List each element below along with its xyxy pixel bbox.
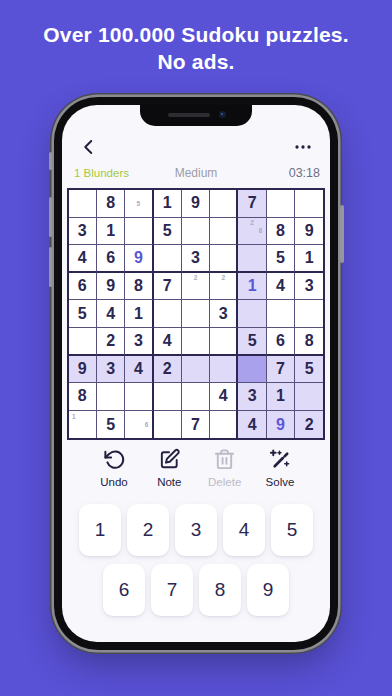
given-digit: 2	[305, 416, 314, 434]
cell-r7c9[interactable]: 5	[295, 356, 323, 384]
cell-r3c9[interactable]: 1	[295, 245, 323, 273]
cell-r9c8[interactable]: 9	[267, 411, 295, 439]
toolbar: Undo Note Delete	[88, 448, 306, 488]
cell-r5c6[interactable]: 3	[210, 300, 238, 328]
cell-r2c8[interactable]: 8	[267, 218, 295, 246]
cell-r4c5[interactable]: 2	[182, 273, 210, 301]
user-digit: 1	[248, 277, 257, 295]
given-digit: 8	[134, 277, 143, 295]
phone-frame: 1 Blunders Medium 03:18 8519731526894693…	[54, 97, 338, 650]
cell-r6c4[interactable]: 4	[154, 328, 182, 356]
cell-r1c3[interactable]: 5	[125, 190, 153, 218]
note-button[interactable]: Note	[143, 448, 195, 488]
trash-icon	[213, 448, 236, 471]
given-digit: 4	[163, 332, 172, 350]
notch	[140, 105, 252, 126]
undo-label: Undo	[100, 476, 128, 488]
cell-r5c7[interactable]	[238, 300, 266, 328]
numpad-7[interactable]: 7	[151, 564, 193, 616]
nav-bar	[62, 135, 330, 159]
numpad-8[interactable]: 8	[199, 564, 241, 616]
power-button	[340, 205, 344, 263]
cell-r2c3[interactable]	[125, 218, 153, 246]
ellipsis-icon	[294, 138, 312, 156]
cell-r3c8[interactable]: 5	[267, 245, 295, 273]
cell-r3c7[interactable]	[238, 245, 266, 273]
given-digit: 5	[276, 249, 285, 267]
cell-r5c1[interactable]: 5	[69, 300, 97, 328]
given-digit: 6	[78, 277, 87, 295]
cell-r8c6[interactable]: 4	[210, 383, 238, 411]
numpad-5[interactable]: 5	[271, 504, 313, 556]
numpad-row-1: 1 2 3 4 5	[62, 504, 330, 556]
numpad-2[interactable]: 2	[127, 504, 169, 556]
cell-r9c3[interactable]: 6	[125, 411, 153, 439]
sudoku-board: 8519731526894693516987221435413234568934…	[67, 188, 326, 440]
cell-r1c6[interactable]	[210, 190, 238, 218]
cell-r2c2[interactable]: 1	[97, 218, 125, 246]
given-digit: 3	[134, 332, 143, 350]
given-digit: 8	[106, 194, 115, 212]
cell-r8c4[interactable]	[154, 383, 182, 411]
pencil-notes: 6	[126, 412, 150, 438]
cell-r3c3[interactable]: 9	[125, 245, 153, 273]
user-digit: 9	[134, 249, 143, 267]
cell-r4c1[interactable]: 6	[69, 273, 97, 301]
cell-r3c2[interactable]: 6	[97, 245, 125, 273]
given-digit: 1	[106, 222, 115, 240]
undo-icon	[103, 448, 126, 471]
cell-r8c9[interactable]	[295, 383, 323, 411]
cell-r5c2[interactable]: 4	[97, 300, 125, 328]
pencil-notes: 2	[183, 274, 208, 299]
cell-r6c2[interactable]: 2	[97, 328, 125, 356]
given-digit: 5	[248, 332, 257, 350]
given-digit: 6	[276, 332, 285, 350]
given-digit: 8	[78, 387, 87, 405]
cell-r4c9[interactable]: 3	[295, 273, 323, 301]
cell-r4c6[interactable]: 2	[210, 273, 238, 301]
cell-r5c9[interactable]	[295, 300, 323, 328]
cell-r1c1[interactable]	[69, 190, 97, 218]
cell-r5c5[interactable]	[182, 300, 210, 328]
given-digit: 6	[106, 249, 115, 267]
pencil-notes: 1	[70, 412, 95, 438]
note-label: Note	[157, 476, 181, 488]
cell-r6c3[interactable]: 3	[125, 328, 153, 356]
cell-r4c8[interactable]: 4	[267, 273, 295, 301]
cell-r4c3[interactable]: 8	[125, 273, 153, 301]
cell-r9c2[interactable]: 5	[97, 411, 125, 439]
chevron-left-icon	[80, 138, 98, 156]
solve-label: Solve	[266, 476, 295, 488]
given-digit: 7	[276, 360, 285, 378]
cell-r7c8[interactable]: 7	[267, 356, 295, 384]
given-digit: 1	[276, 387, 285, 405]
cell-r1c9[interactable]	[295, 190, 323, 218]
mute-switch	[49, 152, 53, 170]
volume-down-button	[49, 247, 53, 287]
given-digit: 9	[305, 222, 314, 240]
cell-r6c1[interactable]	[69, 328, 97, 356]
cell-r3c4[interactable]	[154, 245, 182, 273]
given-digit: 3	[248, 387, 257, 405]
pencil-notes: 26	[239, 219, 264, 244]
delete-label: Delete	[208, 476, 241, 488]
cell-r1c7[interactable]: 7	[238, 190, 266, 218]
given-digit: 4	[134, 360, 143, 378]
cell-r5c3[interactable]: 1	[125, 300, 153, 328]
cell-r9c7[interactable]: 4	[238, 411, 266, 439]
solve-button[interactable]: Solve	[254, 448, 306, 488]
given-digit: 9	[191, 194, 200, 212]
cell-r8c8[interactable]: 1	[267, 383, 295, 411]
given-digit: 8	[305, 332, 314, 350]
difficulty-label: Medium	[62, 166, 330, 180]
given-digit: 1	[163, 194, 172, 212]
status-bar: 1 Blunders Medium 03:18	[62, 164, 330, 182]
given-digit: 5	[78, 305, 87, 323]
headline: Over 100.000 Sudoku puzzles. No ads.	[0, 21, 392, 75]
cell-r3c1[interactable]: 4	[69, 245, 97, 273]
cell-r5c4[interactable]	[154, 300, 182, 328]
cell-r2c9[interactable]: 9	[295, 218, 323, 246]
wand-icon	[268, 448, 291, 471]
cell-r4c7[interactable]: 1	[238, 273, 266, 301]
back-button[interactable]	[80, 138, 98, 156]
given-digit: 5	[305, 360, 314, 378]
cell-r7c4[interactable]: 2	[154, 356, 182, 384]
cell-r2c5[interactable]	[182, 218, 210, 246]
headline-line2: No ads.	[0, 48, 392, 75]
headline-line1: Over 100.000 Sudoku puzzles.	[0, 21, 392, 48]
numpad-3[interactable]: 3	[175, 504, 217, 556]
note-icon	[158, 448, 181, 471]
numpad-6[interactable]: 6	[103, 564, 145, 616]
cell-r7c2[interactable]: 3	[97, 356, 125, 384]
cell-r8c1[interactable]: 8	[69, 383, 97, 411]
cell-r2c4[interactable]: 5	[154, 218, 182, 246]
given-digit: 3	[78, 222, 87, 240]
given-digit: 4	[78, 249, 87, 267]
given-digit: 4	[276, 277, 285, 295]
cell-r9c5[interactable]: 7	[182, 411, 210, 439]
cell-r8c3[interactable]	[125, 383, 153, 411]
cell-r6c7[interactable]: 5	[238, 328, 266, 356]
cell-r1c4[interactable]: 1	[154, 190, 182, 218]
cell-r2c1[interactable]: 3	[69, 218, 97, 246]
cell-r1c2[interactable]: 8	[97, 190, 125, 218]
delete-button[interactable]: Delete	[199, 448, 251, 488]
given-digit: 5	[163, 222, 172, 240]
given-digit: 2	[106, 332, 115, 350]
given-digit: 4	[219, 387, 228, 405]
given-digit: 2	[163, 360, 172, 378]
numpad-4[interactable]: 4	[223, 504, 265, 556]
menu-button[interactable]	[294, 138, 312, 156]
cell-r3c6[interactable]	[210, 245, 238, 273]
given-digit: 8	[276, 222, 285, 240]
cell-r9c9[interactable]: 2	[295, 411, 323, 439]
given-digit: 9	[78, 360, 87, 378]
given-digit: 1	[134, 305, 143, 323]
cell-r8c2[interactable]	[97, 383, 125, 411]
cell-r6c6[interactable]	[210, 328, 238, 356]
given-digit: 7	[191, 416, 200, 434]
volume-up-button	[49, 197, 53, 237]
numpad-1[interactable]: 1	[79, 504, 121, 556]
undo-button[interactable]: Undo	[88, 448, 140, 488]
pencil-notes: 2	[211, 274, 235, 299]
phone-screen: 1 Blunders Medium 03:18 8519731526894693…	[62, 105, 330, 642]
cell-r5c8[interactable]	[267, 300, 295, 328]
cell-r6c8[interactable]: 6	[267, 328, 295, 356]
cell-r6c5[interactable]	[182, 328, 210, 356]
user-digit: 9	[276, 416, 285, 434]
speaker	[168, 113, 210, 117]
cell-r6c9[interactable]: 8	[295, 328, 323, 356]
given-digit: 9	[106, 277, 115, 295]
given-digit: 4	[248, 416, 257, 434]
cell-r7c5[interactable]	[182, 356, 210, 384]
cell-r7c7[interactable]	[238, 356, 266, 384]
cell-r7c1[interactable]: 9	[69, 356, 97, 384]
cell-r2c7[interactable]: 26	[238, 218, 266, 246]
cell-r8c5[interactable]	[182, 383, 210, 411]
numpad-9[interactable]: 9	[247, 564, 289, 616]
pencil-notes: 5	[126, 191, 150, 216]
cell-r8c7[interactable]: 3	[238, 383, 266, 411]
given-digit: 1	[305, 249, 314, 267]
cell-r4c2[interactable]: 9	[97, 273, 125, 301]
cell-r7c6[interactable]	[210, 356, 238, 384]
cell-r3c5[interactable]: 3	[182, 245, 210, 273]
cell-r1c5[interactable]: 9	[182, 190, 210, 218]
given-digit: 7	[163, 277, 172, 295]
cell-r9c1[interactable]: 1	[69, 411, 97, 439]
given-digit: 3	[191, 249, 200, 267]
given-digit: 3	[219, 305, 228, 323]
cell-r4c4[interactable]: 7	[154, 273, 182, 301]
given-digit: 5	[106, 416, 115, 434]
cell-r7c3[interactable]: 4	[125, 356, 153, 384]
given-digit: 3	[305, 277, 314, 295]
given-digit: 3	[106, 360, 115, 378]
front-camera	[219, 111, 226, 118]
numpad-row-2: 6 7 8 9	[62, 564, 330, 616]
cell-r1c8[interactable]	[267, 190, 295, 218]
cell-r9c6[interactable]	[210, 411, 238, 439]
cell-r9c4[interactable]	[154, 411, 182, 439]
given-digit: 7	[248, 194, 257, 212]
cell-r2c6[interactable]	[210, 218, 238, 246]
given-digit: 4	[106, 305, 115, 323]
